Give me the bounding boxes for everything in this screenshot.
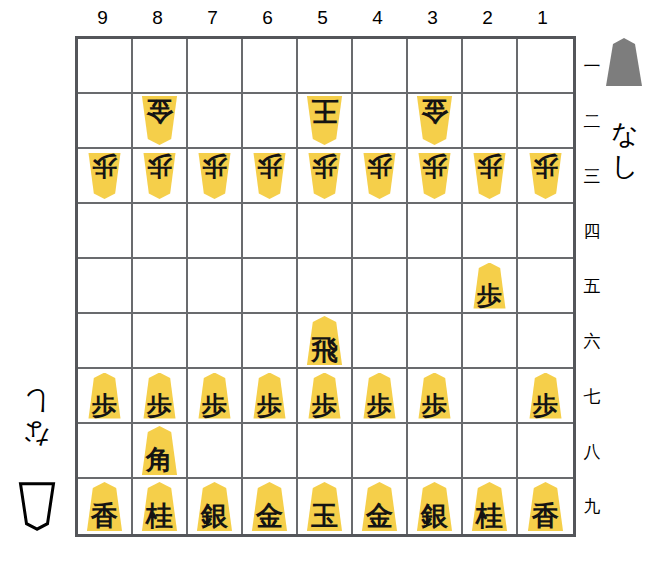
gote-gold-3-2[interactable]: 金 [412, 96, 457, 145]
cell-5-8[interactable] [298, 424, 353, 479]
sente-hand-none-label: なし [22, 399, 52, 467]
cell-6-3[interactable]: 歩 [243, 149, 298, 204]
cell-7-2[interactable] [188, 94, 243, 149]
rank-label-7: 七 [577, 369, 607, 424]
cell-2-5[interactable]: 歩 [463, 259, 518, 314]
cell-7-6[interactable] [188, 314, 243, 369]
cell-9-3[interactable]: 歩 [78, 149, 133, 204]
piece-kanji: 金 [146, 96, 173, 125]
cell-9-2[interactable] [78, 94, 133, 149]
piece-kanji: 銀 [421, 502, 448, 531]
gote-king-5-2[interactable]: 王 [302, 96, 347, 145]
cell-5-9[interactable]: 玉 [298, 479, 353, 534]
cell-5-4[interactable] [298, 204, 353, 259]
cell-9-6[interactable] [78, 314, 133, 369]
sente-piece-icon [15, 482, 59, 532]
file-label-4: 4 [350, 5, 405, 31]
piece-kanji: 王 [311, 96, 338, 125]
gote-pawn-2-3[interactable]: 歩 [469, 153, 510, 199]
cell-7-8[interactable] [188, 424, 243, 479]
cell-2-7[interactable] [463, 369, 518, 424]
file-labels: 987654321 [75, 5, 570, 31]
piece-kanji: 金 [256, 502, 283, 531]
cell-8-5[interactable] [133, 259, 188, 314]
cell-6-9[interactable]: 金 [243, 479, 298, 534]
cell-3-7[interactable]: 歩 [408, 369, 463, 424]
cell-5-6[interactable]: 飛 [298, 314, 353, 369]
piece-kanji: 玉 [311, 502, 338, 531]
piece-kanji: 歩 [533, 392, 558, 419]
sente-silver-7-9[interactable]: 銀 [192, 482, 237, 531]
piece-kanji: 金 [366, 502, 393, 531]
cell-4-1[interactable] [353, 39, 408, 94]
file-label-7: 7 [185, 5, 240, 31]
cell-2-8[interactable] [463, 424, 518, 479]
piece-kanji: 飛 [311, 336, 338, 365]
sente-pawn-6-7[interactable]: 歩 [249, 373, 290, 419]
piece-kanji: 金 [421, 96, 448, 125]
cell-1-6[interactable] [518, 314, 573, 369]
cell-1-7[interactable]: 歩 [518, 369, 573, 424]
cell-3-9[interactable]: 銀 [408, 479, 463, 534]
cell-5-7[interactable]: 歩 [298, 369, 353, 424]
gote-pawn-9-3[interactable]: 歩 [84, 153, 125, 199]
piece-kanji: 歩 [147, 153, 172, 180]
cell-8-9[interactable]: 桂 [133, 479, 188, 534]
cell-3-4[interactable] [408, 204, 463, 259]
piece-kanji: 歩 [477, 153, 502, 180]
rank-label-5: 五 [577, 259, 607, 314]
cell-7-9[interactable]: 銀 [188, 479, 243, 534]
file-label-1: 1 [515, 5, 570, 31]
cell-3-2[interactable]: 金 [408, 94, 463, 149]
sente-lance-1-9[interactable]: 香 [523, 482, 568, 531]
piece-kanji: 歩 [422, 153, 447, 180]
file-label-3: 3 [405, 5, 460, 31]
cell-7-5[interactable] [188, 259, 243, 314]
file-label-9: 9 [75, 5, 130, 31]
file-label-2: 2 [460, 5, 515, 31]
cell-8-7[interactable]: 歩 [133, 369, 188, 424]
gote-pawn-5-3[interactable]: 歩 [304, 153, 345, 199]
cell-5-5[interactable] [298, 259, 353, 314]
cell-2-3[interactable]: 歩 [463, 149, 518, 204]
file-label-8: 8 [130, 5, 185, 31]
cell-6-5[interactable] [243, 259, 298, 314]
cell-1-5[interactable] [518, 259, 573, 314]
cell-9-1[interactable] [78, 39, 133, 94]
shogi-board: 金王金歩歩歩歩歩歩歩歩歩歩飛歩歩歩歩歩歩歩歩角香桂銀金玉金銀桂香 [75, 36, 576, 537]
piece-kanji: 歩 [147, 392, 172, 419]
sente-knight-2-9[interactable]: 桂 [467, 482, 512, 531]
sente-pawn-4-7[interactable]: 歩 [359, 373, 400, 419]
cell-8-8[interactable]: 角 [133, 424, 188, 479]
piece-kanji: 歩 [422, 392, 447, 419]
sente-silver-3-9[interactable]: 銀 [412, 482, 457, 531]
gote-pawn-8-3[interactable]: 歩 [139, 153, 180, 199]
cell-9-9[interactable]: 香 [78, 479, 133, 534]
cell-6-7[interactable]: 歩 [243, 369, 298, 424]
rank-label-8: 八 [577, 424, 607, 479]
gote-gold-8-2[interactable]: 金 [137, 96, 182, 145]
piece-kanji: 香 [91, 502, 118, 531]
cell-4-2[interactable] [353, 94, 408, 149]
sente-rook-5-6[interactable]: 飛 [302, 316, 347, 365]
cell-2-4[interactable] [463, 204, 518, 259]
piece-kanji: 桂 [146, 502, 173, 531]
piece-kanji: 歩 [477, 282, 502, 309]
piece-kanji: 歩 [367, 153, 392, 180]
cell-8-3[interactable]: 歩 [133, 149, 188, 204]
cell-3-6[interactable] [408, 314, 463, 369]
rank-label-4: 四 [577, 204, 607, 259]
cell-6-2[interactable] [243, 94, 298, 149]
cell-5-1[interactable] [298, 39, 353, 94]
cell-4-4[interactable] [353, 204, 408, 259]
cell-3-3[interactable]: 歩 [408, 149, 463, 204]
cell-2-9[interactable]: 桂 [463, 479, 518, 534]
sente-gold-6-9[interactable]: 金 [247, 482, 292, 531]
cell-7-4[interactable] [188, 204, 243, 259]
gote-piece-icon [602, 37, 646, 87]
piece-kanji: 歩 [312, 153, 337, 180]
piece-kanji: 歩 [257, 392, 282, 419]
cell-1-4[interactable] [518, 204, 573, 259]
shogi-diagram: 987654321 金王金歩歩歩歩歩歩歩歩歩歩飛歩歩歩歩歩歩歩歩角香桂銀金玉金銀… [0, 0, 661, 569]
cell-3-5[interactable] [408, 259, 463, 314]
gote-pawn-1-3[interactable]: 歩 [525, 153, 566, 199]
piece-kanji: 歩 [257, 153, 282, 180]
piece-kanji: 桂 [476, 502, 503, 531]
cell-8-4[interactable] [133, 204, 188, 259]
cell-5-3[interactable]: 歩 [298, 149, 353, 204]
sente-king-5-9[interactable]: 玉 [302, 482, 347, 531]
cell-6-8[interactable] [243, 424, 298, 479]
gote-pawn-3-3[interactable]: 歩 [414, 153, 455, 199]
gote-pawn-4-3[interactable]: 歩 [359, 153, 400, 199]
sente-bishop-8-8[interactable]: 角 [137, 426, 182, 475]
cell-3-1[interactable] [408, 39, 463, 94]
cell-9-5[interactable] [78, 259, 133, 314]
cell-4-6[interactable] [353, 314, 408, 369]
piece-kanji: 歩 [312, 392, 337, 419]
cell-7-3[interactable]: 歩 [188, 149, 243, 204]
cell-4-9[interactable]: 金 [353, 479, 408, 534]
cell-6-4[interactable] [243, 204, 298, 259]
cell-2-1[interactable] [463, 39, 518, 94]
file-label-6: 6 [240, 5, 295, 31]
sente-pawn-3-7[interactable]: 歩 [414, 373, 455, 419]
cell-4-7[interactable]: 歩 [353, 369, 408, 424]
file-label-5: 5 [295, 5, 350, 31]
piece-kanji: 香 [532, 502, 559, 531]
gote-pawn-6-3[interactable]: 歩 [249, 153, 290, 199]
piece-kanji: 歩 [202, 392, 227, 419]
rank-label-9: 九 [577, 479, 607, 534]
cell-1-8[interactable] [518, 424, 573, 479]
cell-6-1[interactable] [243, 39, 298, 94]
sente-pawn-5-7[interactable]: 歩 [304, 373, 345, 419]
piece-kanji: 角 [146, 446, 173, 475]
sente-pawn-9-7[interactable]: 歩 [84, 373, 125, 419]
gote-pawn-7-3[interactable]: 歩 [194, 153, 235, 199]
sente-gold-4-9[interactable]: 金 [357, 482, 402, 531]
sente-hand-area: なし [12, 399, 62, 532]
cell-1-9[interactable]: 香 [518, 479, 573, 534]
cell-8-1[interactable] [133, 39, 188, 94]
sente-pawn-7-7[interactable]: 歩 [194, 373, 235, 419]
cell-9-8[interactable] [78, 424, 133, 479]
piece-kanji: 銀 [201, 502, 228, 531]
sente-knight-8-9[interactable]: 桂 [137, 482, 182, 531]
cell-1-1[interactable] [518, 39, 573, 94]
sente-lance-9-9[interactable]: 香 [82, 482, 127, 531]
cell-3-8[interactable] [408, 424, 463, 479]
cell-8-2[interactable]: 金 [133, 94, 188, 149]
sente-pawn-8-7[interactable]: 歩 [139, 373, 180, 419]
gote-hand-none-label: なし [609, 102, 639, 170]
rank-label-6: 六 [577, 314, 607, 369]
piece-kanji: 歩 [92, 392, 117, 419]
cell-6-6[interactable] [243, 314, 298, 369]
piece-kanji: 歩 [367, 392, 392, 419]
cell-9-7[interactable]: 歩 [78, 369, 133, 424]
piece-kanji: 歩 [92, 153, 117, 180]
sente-pawn-1-7[interactable]: 歩 [525, 373, 566, 419]
cell-9-4[interactable] [78, 204, 133, 259]
piece-kanji: 歩 [533, 153, 558, 180]
cell-2-2[interactable] [463, 94, 518, 149]
cell-1-2[interactable] [518, 94, 573, 149]
sente-pawn-2-5[interactable]: 歩 [469, 263, 510, 309]
gote-hand-area: なし [599, 37, 649, 170]
cell-2-6[interactable] [463, 314, 518, 369]
cell-4-8[interactable] [353, 424, 408, 479]
cell-4-5[interactable] [353, 259, 408, 314]
cell-5-2[interactable]: 王 [298, 94, 353, 149]
cell-4-3[interactable]: 歩 [353, 149, 408, 204]
piece-kanji: 歩 [202, 153, 227, 180]
cell-7-1[interactable] [188, 39, 243, 94]
cell-7-7[interactable]: 歩 [188, 369, 243, 424]
cell-1-3[interactable]: 歩 [518, 149, 573, 204]
cell-8-6[interactable] [133, 314, 188, 369]
